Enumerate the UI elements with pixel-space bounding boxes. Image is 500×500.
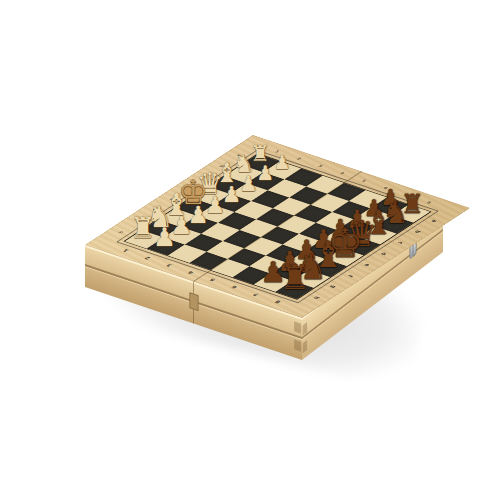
product-photo-stage: 1hh12gg23ff34ee45dd56cc67bb78aa8 ♜♞♝♛♚♝♞… [0,0,500,500]
finger-joint [294,339,301,351]
front-hinge-notch [190,292,199,311]
finger-joint [303,340,307,353]
finger-joint [294,321,301,333]
